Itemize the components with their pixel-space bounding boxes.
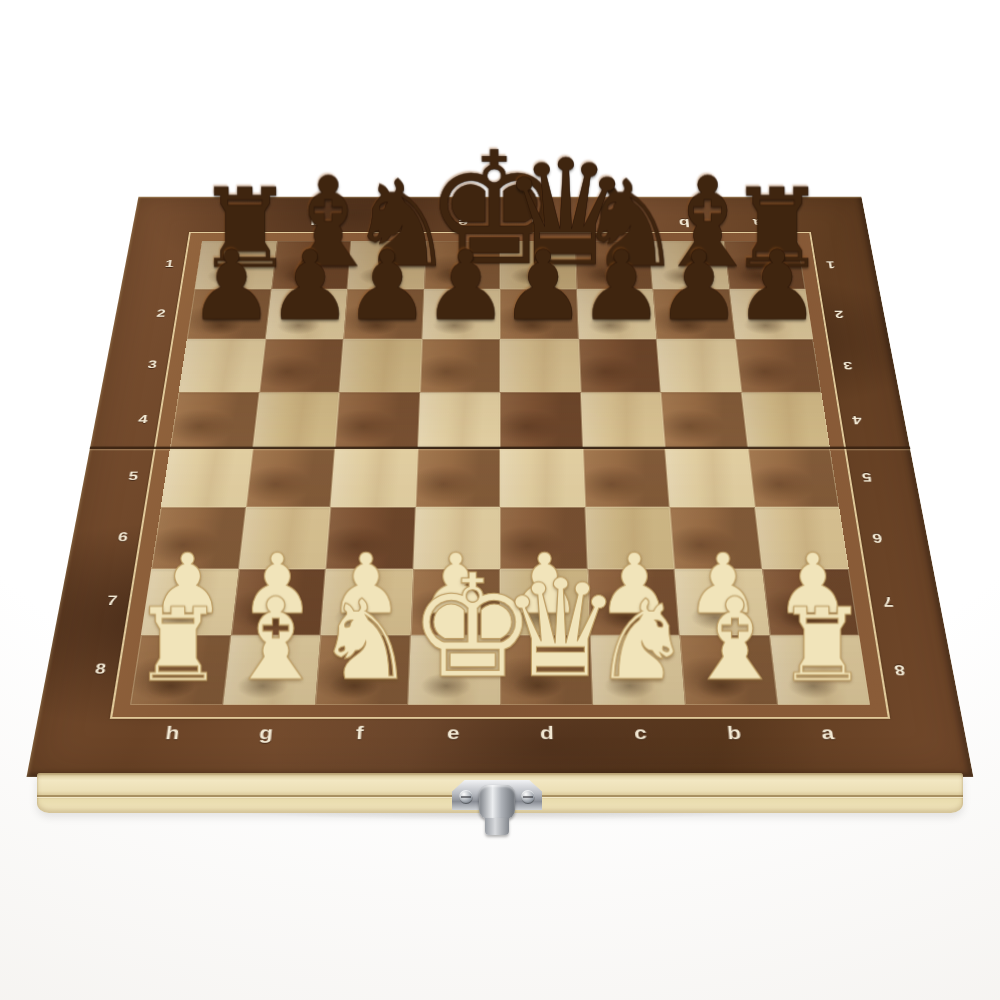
piece-dark-pawn: ♟ xyxy=(188,242,266,329)
chess-set-photo: hgfedcba hgfedcba 12345678 12345678 ♜♝♞♚… xyxy=(0,0,1000,1000)
rank-label-right-5: 5 xyxy=(846,448,921,507)
rank-label-right-8: 8 xyxy=(877,635,960,705)
file-label-bottom-g: g xyxy=(214,717,314,777)
piece-light-knight: ♞ xyxy=(316,591,408,690)
piece-dark-pawn: ♟ xyxy=(656,242,734,329)
rank-label-right-3: 3 xyxy=(828,339,899,392)
screw-icon xyxy=(521,790,535,804)
piece-light-rook: ♜ xyxy=(776,599,868,690)
latch-barrel xyxy=(479,785,515,819)
piece-light-bishop: ♝ xyxy=(684,588,776,690)
file-label-bottom-d: d xyxy=(500,717,595,777)
piece-light-king: ♚ xyxy=(408,562,500,690)
fold-seam xyxy=(90,447,911,449)
file-label-bottom-a: a xyxy=(779,717,881,777)
rank-label-left-4: 4 xyxy=(90,392,163,448)
chess-board: hgfedcba hgfedcba 12345678 12345678 ♜♝♞♚… xyxy=(27,197,974,777)
rank-label-right-7: 7 xyxy=(866,569,946,635)
file-label-bottom-b: b xyxy=(686,717,786,777)
rank-label-left-3: 3 xyxy=(101,339,172,392)
piece-light-rook: ♜ xyxy=(132,599,224,690)
file-labels-bottom: hgfedcba xyxy=(119,717,881,777)
piece-dark-pawn: ♟ xyxy=(422,242,500,329)
latch-clasp xyxy=(452,778,542,840)
rank-label-left-1: 1 xyxy=(121,241,188,289)
file-label-bottom-h: h xyxy=(119,717,221,777)
piece-dark-pawn: ♟ xyxy=(734,242,812,329)
latch-tab xyxy=(485,818,509,835)
screw-icon xyxy=(459,790,473,804)
file-label-bottom-c: c xyxy=(593,717,691,777)
piece-dark-pawn: ♟ xyxy=(578,242,656,329)
piece-dark-pawn: ♟ xyxy=(500,242,578,329)
rank-label-left-8: 8 xyxy=(40,635,123,705)
rank-label-left-7: 7 xyxy=(54,569,134,635)
rank-label-right-6: 6 xyxy=(856,507,934,569)
file-label-bottom-f: f xyxy=(309,717,407,777)
rank-label-left-6: 6 xyxy=(67,507,145,569)
piece-light-queen: ♛ xyxy=(500,569,592,690)
file-label-bottom-e: e xyxy=(405,717,500,777)
rank-label-left-5: 5 xyxy=(79,448,154,507)
rank-label-right-4: 4 xyxy=(837,392,910,448)
piece-dark-pawn: ♟ xyxy=(266,242,344,329)
piece-dark-pawn: ♟ xyxy=(344,242,422,329)
piece-light-bishop: ♝ xyxy=(224,588,316,690)
rank-label-right-2: 2 xyxy=(820,289,889,339)
board-perspective-area: hgfedcba hgfedcba 12345678 12345678 ♜♝♞♚… xyxy=(90,38,910,858)
rank-label-left-2: 2 xyxy=(111,289,180,339)
